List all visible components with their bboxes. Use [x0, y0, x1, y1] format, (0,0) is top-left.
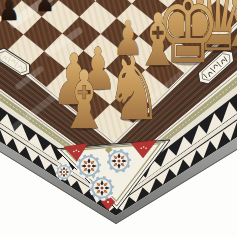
piece-black-pawn[interactable]: ♟ — [0, 0, 20, 28]
chessboard: ♟♟♝♛♟♚♝♟♟♞♝ — [0, 0, 237, 237]
mosaic-dot — [140, 147, 142, 149]
mosaic-rosette — [90, 176, 114, 200]
piece-white-knight[interactable]: ♞ — [106, 38, 163, 140]
mosaic-rosette — [107, 149, 131, 173]
mosaic-dot — [143, 146, 145, 148]
mosaic-dot — [145, 147, 147, 149]
mosaic-dot — [76, 150, 78, 152]
mosaic-dot — [73, 151, 75, 153]
piece-white-bishop[interactable]: ♝ — [58, 53, 110, 146]
mosaic-dot — [78, 151, 80, 153]
chessboard-photo-scene: Angled corner photo of a handcrafted mos… — [0, 0, 237, 237]
mosaic-rosette — [56, 164, 72, 180]
mosaic-rosette — [77, 154, 101, 178]
piece-black-pawn[interactable]: ♟ — [35, 0, 54, 18]
mosaic-dot — [107, 201, 109, 203]
